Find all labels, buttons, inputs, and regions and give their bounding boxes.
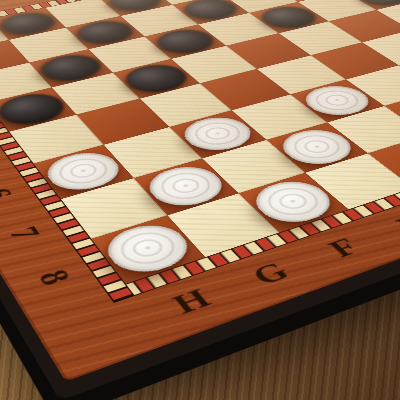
checkers-photo-scene: HGFEDCBA 12345678 xyxy=(0,0,400,400)
